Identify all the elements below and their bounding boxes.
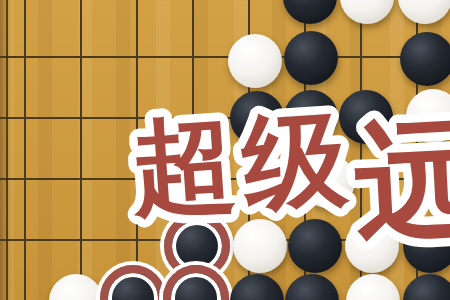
black-stone[interactable] <box>403 219 450 273</box>
black-stone[interactable] <box>169 271 223 300</box>
board-edge-line <box>6 0 8 300</box>
black-stone[interactable] <box>284 90 338 144</box>
go-board-photo: 超 级 远 <box>0 0 450 300</box>
black-stone[interactable] <box>403 274 450 300</box>
black-stone[interactable] <box>230 91 284 145</box>
white-stone[interactable] <box>346 274 400 300</box>
black-stone[interactable] <box>288 219 342 273</box>
black-stone[interactable] <box>400 32 450 86</box>
black-stone[interactable] <box>283 0 337 24</box>
white-stone[interactable] <box>233 219 287 273</box>
go-board-grid[interactable] <box>0 0 445 300</box>
black-stone[interactable] <box>284 31 338 85</box>
white-stone[interactable] <box>398 0 450 24</box>
black-stone[interactable] <box>285 274 339 300</box>
white-stone[interactable] <box>49 274 103 300</box>
white-stone[interactable] <box>345 219 399 273</box>
white-stone[interactable] <box>406 89 450 143</box>
black-stone[interactable] <box>230 274 284 300</box>
white-stone[interactable] <box>340 0 394 24</box>
black-stone[interactable] <box>339 90 393 144</box>
black-stone[interactable] <box>106 271 160 300</box>
white-stone[interactable] <box>301 154 355 208</box>
highlight-ring <box>100 265 166 300</box>
white-stone[interactable] <box>228 34 282 88</box>
